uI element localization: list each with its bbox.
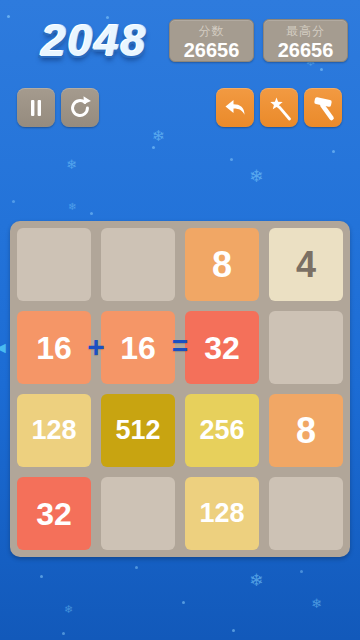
magic-wand-icon	[265, 94, 293, 122]
edge-arrow-icon: ◄	[0, 339, 9, 357]
merge-plus-sign: +	[87, 330, 105, 364]
restart-icon	[66, 94, 94, 122]
app-screen: ❄ ❄ ❄ ❄ ❄ ❄ ❄ ❄ 2048 分数 26656 最高分 26656	[0, 0, 360, 640]
best-score-box: 最高分 26656	[263, 19, 348, 62]
background-dots	[0, 0, 3, 3]
tile-r1c3: 8	[185, 228, 259, 301]
tile-r2c1: 16	[17, 311, 91, 384]
tile-r3c2: 512	[101, 394, 175, 467]
tile-r3c1: 128	[17, 394, 91, 467]
tile-r2c3: 32	[185, 311, 259, 384]
snowflake-icon: ❄	[64, 604, 73, 615]
tile-r4c3: 128	[185, 477, 259, 550]
snowflake-icon: ❄	[249, 572, 263, 589]
tile-r2c2: 16	[101, 311, 175, 384]
best-score-value: 26656	[264, 40, 347, 60]
score-label: 分数	[170, 23, 253, 40]
tile-r1c1	[17, 228, 91, 301]
score-value: 26656	[170, 40, 253, 60]
snowflake-icon: ❄	[152, 128, 165, 143]
hammer-icon	[309, 94, 337, 122]
restart-button[interactable]	[61, 88, 99, 127]
merge-equals-sign: =	[172, 330, 188, 362]
game-logo: 2048	[24, 16, 164, 66]
score-box: 分数 26656	[169, 19, 254, 62]
snowflake-icon: ❄	[68, 202, 76, 212]
tile-r4c4	[269, 477, 343, 550]
best-score-label: 最高分	[264, 23, 347, 40]
magic-wand-button[interactable]	[260, 88, 298, 127]
tile-r1c2	[101, 228, 175, 301]
snowflake-icon: ❄	[249, 168, 263, 185]
hammer-button[interactable]	[304, 88, 342, 127]
snowflake-icon: ❄	[311, 597, 322, 610]
tile-r3c4: 8	[269, 394, 343, 467]
undo-arrow-icon	[221, 94, 249, 122]
tile-r2c4	[269, 311, 343, 384]
undo-button[interactable]	[216, 88, 254, 127]
tile-r4c2	[101, 477, 175, 550]
pause-icon	[23, 95, 49, 121]
pause-button[interactable]	[17, 88, 55, 127]
tile-r4c1: 32	[17, 477, 91, 550]
game-board[interactable]: 8 4 16 16 32 128 512 256 8 32 128	[10, 221, 350, 557]
tile-r1c4: 4	[269, 228, 343, 301]
snowflake-icon: ❄	[66, 158, 77, 171]
tile-r3c3: 256	[185, 394, 259, 467]
